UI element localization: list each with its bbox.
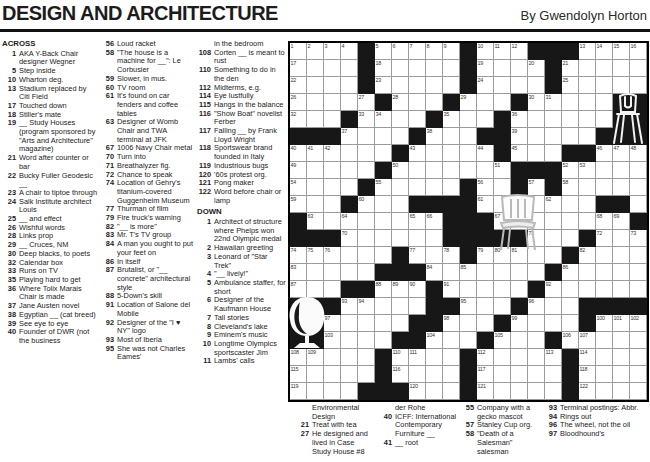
cell-r12c4[interactable]: 70	[341, 230, 358, 247]
cell-r19c8[interactable]: 111	[409, 349, 426, 366]
cell-r20c7[interactable]: 116	[392, 366, 409, 383]
cell-r8c20[interactable]	[613, 162, 630, 179]
cell-r15c18[interactable]	[579, 281, 596, 298]
cell-r15c19[interactable]	[596, 281, 613, 298]
cell-r7c15[interactable]	[528, 145, 545, 162]
cell-r4c1[interactable]: 26	[290, 94, 307, 111]
cell-r11c13[interactable]: 67	[494, 213, 511, 230]
cell-r15c17[interactable]	[562, 281, 579, 298]
cell-r10c16[interactable]: 62	[545, 196, 562, 213]
cell-r2c3[interactable]	[324, 60, 341, 77]
cell-r13c2[interactable]: 75	[307, 247, 324, 264]
cell-r18c20[interactable]	[613, 332, 630, 349]
cell-r18c10[interactable]	[443, 332, 460, 349]
cell-r13c18[interactable]: 82	[579, 247, 596, 264]
cell-r21c3[interactable]	[324, 383, 341, 400]
cell-r9c1[interactable]: 54	[290, 179, 307, 196]
cell-r6c11[interactable]	[460, 128, 477, 145]
cell-r20c18[interactable]: 118	[579, 366, 596, 383]
cell-r6c5[interactable]	[358, 128, 375, 145]
cell-r1c20[interactable]: 15	[613, 43, 630, 60]
cell-r14c4[interactable]	[341, 264, 358, 281]
cell-r3c2[interactable]	[307, 77, 324, 94]
cell-r3c10[interactable]	[443, 77, 460, 94]
cell-r7c3[interactable]: 42	[324, 145, 341, 162]
cell-r13c16[interactable]	[545, 247, 562, 264]
cell-r17c11[interactable]	[460, 315, 477, 332]
cell-r2c19[interactable]	[596, 60, 613, 77]
cell-r5c19[interactable]	[596, 111, 613, 128]
cell-r7c11[interactable]	[460, 145, 477, 162]
cell-r19c15[interactable]	[528, 349, 545, 366]
cell-r3c3[interactable]	[324, 77, 341, 94]
cell-r19c13[interactable]	[494, 349, 511, 366]
cell-r5c11[interactable]	[460, 111, 477, 128]
cell-r19c3[interactable]	[324, 349, 341, 366]
cell-r14c18[interactable]	[579, 264, 596, 281]
cell-r5c7[interactable]	[392, 111, 409, 128]
cell-r2c15[interactable]: 20	[528, 60, 545, 77]
cell-r19c1[interactable]: 108	[290, 349, 307, 366]
cell-r13c10[interactable]: 78	[443, 247, 460, 264]
cell-r19c7[interactable]: 110	[392, 349, 409, 366]
cell-r21c21[interactable]	[630, 383, 647, 400]
cell-r14c9[interactable]: 84	[426, 264, 443, 281]
cell-r11c6[interactable]	[375, 213, 392, 230]
cell-r1c8[interactable]: 7	[409, 43, 426, 60]
cell-r21c19[interactable]	[596, 383, 613, 400]
cell-r21c9[interactable]	[426, 383, 443, 400]
cell-r4c5[interactable]: 27	[358, 94, 375, 111]
cell-r20c13[interactable]	[494, 366, 511, 383]
cell-r10c14[interactable]	[511, 196, 528, 213]
cell-r1c12[interactable]: 10	[477, 43, 494, 60]
cell-r5c2[interactable]	[307, 111, 324, 128]
cell-r12c17[interactable]	[562, 230, 579, 247]
cell-r8c11[interactable]	[460, 162, 477, 179]
cell-r8c9[interactable]	[426, 162, 443, 179]
cell-r5c12[interactable]	[477, 111, 494, 128]
cell-r3c15[interactable]	[528, 77, 545, 94]
cell-r1c14[interactable]: 12	[511, 43, 528, 60]
cell-r1c6[interactable]: 5	[375, 43, 392, 60]
cell-r2c13[interactable]	[494, 60, 511, 77]
cell-r14c1[interactable]: 83	[290, 264, 307, 281]
cell-r8c13[interactable]: 51	[494, 162, 511, 179]
cell-r1c19[interactable]: 14	[596, 43, 613, 60]
cell-r17c12[interactable]	[477, 315, 494, 332]
cell-r3c20[interactable]	[613, 77, 630, 94]
cell-r14c21[interactable]	[630, 264, 647, 281]
cell-r10c2[interactable]	[307, 196, 324, 213]
cell-r3c13[interactable]	[494, 77, 511, 94]
cell-r2c7[interactable]	[392, 60, 409, 77]
cell-r9c17[interactable]: 58	[562, 179, 579, 196]
cell-r8c21[interactable]	[630, 162, 647, 179]
cell-r1c7[interactable]: 6	[392, 43, 409, 60]
cell-r9c9[interactable]	[426, 179, 443, 196]
cell-r20c12[interactable]: 117	[477, 366, 494, 383]
cell-r9c2[interactable]	[307, 179, 324, 196]
cell-r12c16[interactable]	[545, 230, 562, 247]
cell-r3c19[interactable]	[596, 77, 613, 94]
cell-r8c10[interactable]	[443, 162, 460, 179]
cell-r5c8[interactable]	[409, 111, 426, 128]
cell-r10c1[interactable]: 59	[290, 196, 307, 213]
cell-r9c8[interactable]	[409, 179, 426, 196]
cell-r10c3[interactable]	[324, 196, 341, 213]
cell-r7c19[interactable]: 46	[596, 145, 613, 162]
cell-r5c6[interactable]: 34	[375, 111, 392, 128]
cell-r20c2[interactable]	[307, 366, 324, 383]
cell-r21c20[interactable]	[613, 383, 630, 400]
cell-r14c17[interactable]: 86	[562, 264, 579, 281]
cell-r18c15[interactable]	[528, 332, 545, 349]
cell-r15c14[interactable]	[511, 281, 528, 298]
cell-r14c10[interactable]	[443, 264, 460, 281]
cell-r21c2[interactable]	[307, 383, 324, 400]
cell-r2c8[interactable]	[409, 60, 426, 77]
cell-r14c13[interactable]	[494, 264, 511, 281]
cell-r20c3[interactable]	[324, 366, 341, 383]
cell-r8c18[interactable]: 53	[579, 162, 596, 179]
cell-r5c1[interactable]: 32	[290, 111, 307, 128]
cell-r4c4[interactable]	[341, 94, 358, 111]
cell-r11c19[interactable]: 68	[596, 213, 613, 230]
cell-r20c8[interactable]	[409, 366, 426, 383]
cell-r20c19[interactable]	[596, 366, 613, 383]
cell-r16c17[interactable]	[562, 298, 579, 315]
cell-r9c3[interactable]	[324, 179, 341, 196]
cell-r19c18[interactable]: 114	[579, 349, 596, 366]
cell-r10c21[interactable]	[630, 196, 647, 213]
cell-r7c14[interactable]: 45	[511, 145, 528, 162]
cell-r20c20[interactable]	[613, 366, 630, 383]
cell-r11c16[interactable]	[545, 213, 562, 230]
cell-r13c9[interactable]	[426, 247, 443, 264]
cell-r2c18[interactable]	[579, 60, 596, 77]
cell-r17c5[interactable]	[358, 315, 375, 332]
cell-r16c7[interactable]	[392, 298, 409, 315]
cell-r21c12[interactable]: 121	[477, 383, 494, 400]
cell-r21c1[interactable]: 119	[290, 383, 307, 400]
cell-r3c21[interactable]	[630, 77, 647, 94]
cell-r17c21[interactable]: 102	[630, 315, 647, 332]
cell-r13c14[interactable]: 81	[511, 247, 528, 264]
cell-r10c17[interactable]	[562, 196, 579, 213]
cell-r3c14[interactable]	[511, 77, 528, 94]
cell-r18c19[interactable]	[596, 332, 613, 349]
cell-r20c16[interactable]	[545, 366, 562, 383]
cell-r9c12[interactable]: 56	[477, 179, 494, 196]
cell-r19c14[interactable]	[511, 349, 528, 366]
cell-r6c16[interactable]	[545, 128, 562, 145]
cell-r13c21[interactable]	[630, 247, 647, 264]
cell-r15c13[interactable]	[494, 281, 511, 298]
cell-r7c4[interactable]	[341, 145, 358, 162]
cell-r11c3[interactable]	[324, 213, 341, 230]
cell-r2c1[interactable]: 17	[290, 60, 307, 77]
cell-r7c5[interactable]	[358, 145, 375, 162]
cell-r8c17[interactable]: 52	[562, 162, 579, 179]
cell-r8c4[interactable]	[341, 162, 358, 179]
cell-r21c14[interactable]	[511, 383, 528, 400]
cell-r3c7[interactable]	[392, 77, 409, 94]
cell-r12c7[interactable]	[392, 230, 409, 247]
cell-r14c2[interactable]	[307, 264, 324, 281]
cell-r4c15[interactable]: 30	[528, 94, 545, 111]
cell-r11c18[interactable]	[579, 213, 596, 230]
cell-r9c6[interactable]: 55	[375, 179, 392, 196]
cell-r10c13[interactable]	[494, 196, 511, 213]
cell-r12c19[interactable]: 72	[596, 230, 613, 247]
cell-r8c2[interactable]	[307, 162, 324, 179]
cell-r15c11[interactable]	[460, 281, 477, 298]
cell-r14c19[interactable]	[596, 264, 613, 281]
cell-r17c15[interactable]	[528, 315, 545, 332]
cell-r17c6[interactable]	[375, 315, 392, 332]
cell-r5c10[interactable]: 35	[443, 111, 460, 128]
cell-r9c18[interactable]	[579, 179, 596, 196]
cell-r19c9[interactable]	[426, 349, 443, 366]
cell-r7c1[interactable]: 40	[290, 145, 307, 162]
cell-r2c20[interactable]	[613, 60, 630, 77]
cell-r9c10[interactable]	[443, 179, 460, 196]
cell-r13c4[interactable]	[341, 247, 358, 264]
cell-r11c8[interactable]: 65	[409, 213, 426, 230]
cell-r9c20[interactable]	[613, 179, 630, 196]
cell-r10c6[interactable]	[375, 196, 392, 213]
cell-r14c15[interactable]	[528, 264, 545, 281]
cell-r19c5[interactable]	[358, 349, 375, 366]
cell-r8c3[interactable]	[324, 162, 341, 179]
cell-r9c21[interactable]	[630, 179, 647, 196]
cell-r8c7[interactable]: 50	[392, 162, 409, 179]
cell-r4c16[interactable]: 31	[545, 94, 562, 111]
cell-r2c10[interactable]	[443, 60, 460, 77]
cell-r7c16[interactable]	[545, 145, 562, 162]
cell-r14c12[interactable]	[477, 264, 494, 281]
cell-r3c8[interactable]	[409, 77, 426, 94]
cell-r9c7[interactable]	[392, 179, 409, 196]
cell-r18c5[interactable]	[358, 332, 375, 349]
cell-r16c13[interactable]	[494, 298, 511, 315]
cell-r5c16[interactable]	[545, 111, 562, 128]
cell-r4c2[interactable]	[307, 94, 324, 111]
cell-r18c9[interactable]: 104	[426, 332, 443, 349]
cell-r4c11[interactable]: 29	[460, 94, 477, 111]
cell-r11c14[interactable]	[511, 213, 528, 230]
cell-r9c19[interactable]	[596, 179, 613, 196]
cell-r6c17[interactable]	[562, 128, 579, 145]
cell-r11c17[interactable]	[562, 213, 579, 230]
cell-r15c1[interactable]: 87	[290, 281, 307, 298]
cell-r19c12[interactable]: 112	[477, 349, 494, 366]
cell-r12c15[interactable]: 71	[528, 230, 545, 247]
cell-r19c4[interactable]	[341, 349, 358, 366]
cell-r11c20[interactable]: 69	[613, 213, 630, 230]
cell-r18c6[interactable]	[375, 332, 392, 349]
cell-r21c18[interactable]: 122	[579, 383, 596, 400]
cell-r10c18[interactable]	[579, 196, 596, 213]
cell-r16c12[interactable]	[477, 298, 494, 315]
cell-r17c20[interactable]: 101	[613, 315, 630, 332]
cell-r16c15[interactable]: 96	[528, 298, 545, 315]
cell-r16c8[interactable]	[409, 298, 426, 315]
cell-r2c14[interactable]	[511, 60, 528, 77]
cell-r21c16[interactable]	[545, 383, 562, 400]
cell-r4c12[interactable]	[477, 94, 494, 111]
cell-r1c3[interactable]: 3	[324, 43, 341, 60]
cell-r8c12[interactable]	[477, 162, 494, 179]
cell-r16c6[interactable]	[375, 298, 392, 315]
cell-r21c4[interactable]	[341, 383, 358, 400]
cell-r15c8[interactable]: 90	[409, 281, 426, 298]
cell-r1c10[interactable]: 9	[443, 43, 460, 60]
cell-r7c20[interactable]: 47	[613, 145, 630, 162]
cell-r1c1[interactable]: 1	[290, 43, 307, 60]
cell-r18c18[interactable]: 107	[579, 332, 596, 349]
cell-r1c2[interactable]: 2	[307, 43, 324, 60]
cell-r3c12[interactable]: 24	[477, 77, 494, 94]
cell-r10c15[interactable]	[528, 196, 545, 213]
cell-r15c3[interactable]	[324, 281, 341, 298]
cell-r3c1[interactable]: 22	[290, 77, 307, 94]
cell-r4c7[interactable]: 28	[392, 94, 409, 111]
cell-r13c12[interactable]: 79	[477, 247, 494, 264]
cell-r1c21[interactable]: 16	[630, 43, 647, 60]
cell-r11c7[interactable]	[392, 213, 409, 230]
cell-r19c21[interactable]	[630, 349, 647, 366]
cell-r20c9[interactable]	[426, 366, 443, 383]
cell-r19c16[interactable]: 113	[545, 349, 562, 366]
cell-r5c5[interactable]: 33	[358, 111, 375, 128]
cell-r1c18[interactable]: 13	[579, 43, 596, 60]
cell-r12c5[interactable]	[358, 230, 375, 247]
cell-r14c3[interactable]	[324, 264, 341, 281]
cell-r18c4[interactable]	[341, 332, 358, 349]
cell-r4c18[interactable]	[579, 94, 596, 111]
cell-r18c3[interactable]: 103	[324, 332, 341, 349]
cell-r17c4[interactable]	[341, 315, 358, 332]
cell-r12c8[interactable]	[409, 230, 426, 247]
cell-r9c13[interactable]	[494, 179, 511, 196]
cell-r7c9[interactable]	[426, 145, 443, 162]
cell-r9c15[interactable]: 57	[528, 179, 545, 196]
cell-r20c14[interactable]	[511, 366, 528, 383]
cell-r16c5[interactable]: 94	[358, 298, 375, 315]
cell-r15c21[interactable]	[630, 281, 647, 298]
cell-r6c4[interactable]: 37	[341, 128, 358, 145]
cell-r3c17[interactable]: 25	[562, 77, 579, 94]
cell-r20c4[interactable]	[341, 366, 358, 383]
cell-r4c17[interactable]	[562, 94, 579, 111]
cell-r3c9[interactable]	[426, 77, 443, 94]
cell-r12c6[interactable]	[375, 230, 392, 247]
cell-r11c15[interactable]	[528, 213, 545, 230]
cell-r18c14[interactable]	[511, 332, 528, 349]
cell-r11c9[interactable]: 66	[426, 213, 443, 230]
cell-r3c18[interactable]	[579, 77, 596, 94]
cell-r11c5[interactable]	[358, 213, 375, 230]
cell-r15c7[interactable]: 89	[392, 281, 409, 298]
cell-r14c5[interactable]	[358, 264, 375, 281]
cell-r15c6[interactable]: 88	[375, 281, 392, 298]
cell-r21c15[interactable]	[528, 383, 545, 400]
cell-r9c4[interactable]	[341, 179, 358, 196]
cell-r16c16[interactable]	[545, 298, 562, 315]
cell-r21c8[interactable]: 120	[409, 383, 426, 400]
cell-r13c6[interactable]	[375, 247, 392, 264]
cell-r19c20[interactable]	[613, 349, 630, 366]
cell-r13c13[interactable]: 80	[494, 247, 511, 264]
cell-r7c2[interactable]: 41	[307, 145, 324, 162]
cell-r4c8[interactable]	[409, 94, 426, 111]
cell-r11c4[interactable]: 64	[341, 213, 358, 230]
cell-r17c10[interactable]: 98	[443, 315, 460, 332]
cell-r3c4[interactable]	[341, 77, 358, 94]
cell-r15c10[interactable]: 91	[443, 281, 460, 298]
cell-r1c13[interactable]: 11	[494, 43, 511, 60]
cell-r15c2[interactable]	[307, 281, 324, 298]
cell-r15c12[interactable]	[477, 281, 494, 298]
cell-r2c6[interactable]: 18	[375, 60, 392, 77]
cell-r5c17[interactable]	[562, 111, 579, 128]
cell-r7c10[interactable]	[443, 145, 460, 162]
cell-r7c12[interactable]: 44	[477, 145, 494, 162]
cell-r4c13[interactable]	[494, 94, 511, 111]
cell-r5c15[interactable]	[528, 111, 545, 128]
cell-r2c12[interactable]: 19	[477, 60, 494, 77]
cell-r2c21[interactable]	[630, 60, 647, 77]
cell-r5c18[interactable]	[579, 111, 596, 128]
cell-r13c1[interactable]: 74	[290, 247, 307, 264]
cell-r4c3[interactable]	[324, 94, 341, 111]
cell-r8c5[interactable]	[358, 162, 375, 179]
cell-r20c21[interactable]	[630, 366, 647, 383]
cell-r10c7[interactable]	[392, 196, 409, 213]
cell-r21c13[interactable]	[494, 383, 511, 400]
cell-r17c14[interactable]: 99	[511, 315, 528, 332]
cell-r13c19[interactable]	[596, 247, 613, 264]
cell-r2c4[interactable]	[341, 60, 358, 77]
cell-r18c13[interactable]: 105	[494, 332, 511, 349]
cell-r13c5[interactable]	[358, 247, 375, 264]
cell-r1c4[interactable]: 4	[341, 43, 358, 60]
cell-r11c2[interactable]: 63	[307, 213, 324, 230]
cell-r21c10[interactable]	[443, 383, 460, 400]
cell-r18c21[interactable]	[630, 332, 647, 349]
cell-r5c14[interactable]: 36	[511, 111, 528, 128]
cell-r13c15[interactable]	[528, 247, 545, 264]
cell-r14c14[interactable]	[511, 264, 528, 281]
cell-r1c9[interactable]: 8	[426, 43, 443, 60]
cell-r20c10[interactable]	[443, 366, 460, 383]
cell-r16c11[interactable]: 95	[460, 298, 477, 315]
cell-r6c18[interactable]	[579, 128, 596, 145]
cell-r17c7[interactable]	[392, 315, 409, 332]
cell-r6c15[interactable]	[528, 128, 545, 145]
cell-r13c8[interactable]: 77	[409, 247, 426, 264]
cell-r7c21[interactable]: 48	[630, 145, 647, 162]
cell-r4c9[interactable]	[426, 94, 443, 111]
cell-r8c19[interactable]	[596, 162, 613, 179]
cell-r6c6[interactable]	[375, 128, 392, 145]
cell-r17c3[interactable]: 97	[324, 315, 341, 332]
cell-r5c3[interactable]	[324, 111, 341, 128]
cell-r20c1[interactable]: 115	[290, 366, 307, 383]
cell-r6c9[interactable]: 38	[426, 128, 443, 145]
